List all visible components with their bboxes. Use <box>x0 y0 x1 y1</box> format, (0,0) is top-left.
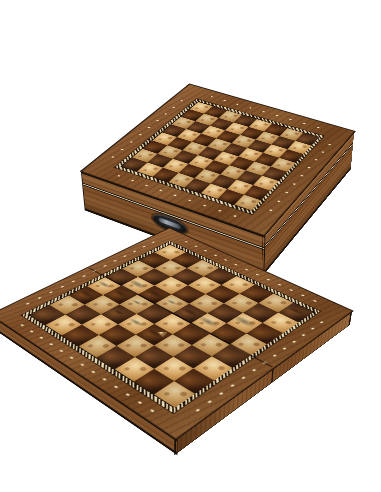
square-f1 <box>115 357 154 381</box>
square-g3 <box>237 170 263 185</box>
square-f2 <box>211 174 237 189</box>
square-a2 <box>132 149 157 163</box>
board-frame <box>0 228 353 439</box>
square-d1 <box>168 173 194 188</box>
square-g4 <box>192 334 230 356</box>
square-h6 <box>279 149 303 163</box>
square-h5 <box>229 334 267 356</box>
square-h1 <box>154 381 195 408</box>
square-g2 <box>227 180 253 195</box>
light-queen-glyph: ♛ <box>192 287 225 320</box>
light-rook-2-glyph: ♜ <box>124 296 149 322</box>
square-e1 <box>185 178 211 193</box>
square-g5 <box>255 153 280 167</box>
square-b1 <box>46 315 82 336</box>
square-e3 <box>204 160 229 174</box>
square-c2 <box>163 159 188 173</box>
square-a1 <box>122 157 148 171</box>
square-c3 <box>173 150 198 164</box>
square-h5 <box>271 158 296 172</box>
square-h3 <box>193 356 232 380</box>
square-e4 <box>214 151 239 165</box>
board-surface <box>0 227 354 440</box>
square-c1 <box>153 168 179 182</box>
square-c1 <box>62 325 99 347</box>
square-g1 <box>218 189 244 205</box>
square-h3 <box>253 176 279 191</box>
square-h7 <box>263 313 299 334</box>
square-b2 <box>147 154 172 168</box>
square-f3 <box>154 334 192 356</box>
square-h4 <box>262 167 287 181</box>
square-f2 <box>135 345 173 368</box>
chess-set-product-photo: ♜♞♝♛♚♟♟♝♛♚♜♟♜♞ <box>0 0 381 492</box>
square-d2 <box>179 164 205 178</box>
square-g2 <box>154 357 193 381</box>
square-h2 <box>174 368 214 393</box>
light-king-glyph: ♚ <box>227 284 263 321</box>
square-e1 <box>96 346 135 369</box>
square-f3 <box>220 165 245 179</box>
square-h1 <box>235 195 262 211</box>
square-e2 <box>117 335 155 357</box>
square-g1 <box>134 369 174 394</box>
square-f4 <box>230 156 255 170</box>
square-c2 <box>82 314 118 335</box>
square-f1 <box>201 184 227 199</box>
frame-dot-inlay <box>12 319 165 419</box>
square-d2 <box>99 324 136 346</box>
square-d1 <box>79 335 117 357</box>
square-g4 <box>246 162 271 176</box>
square-e2 <box>195 169 221 184</box>
square-g3 <box>173 345 211 368</box>
square-h4 <box>212 345 250 368</box>
frame-dot-inlay <box>185 316 331 419</box>
square-b1 <box>137 163 163 177</box>
square-h2 <box>244 185 270 200</box>
square-d3 <box>188 155 213 169</box>
